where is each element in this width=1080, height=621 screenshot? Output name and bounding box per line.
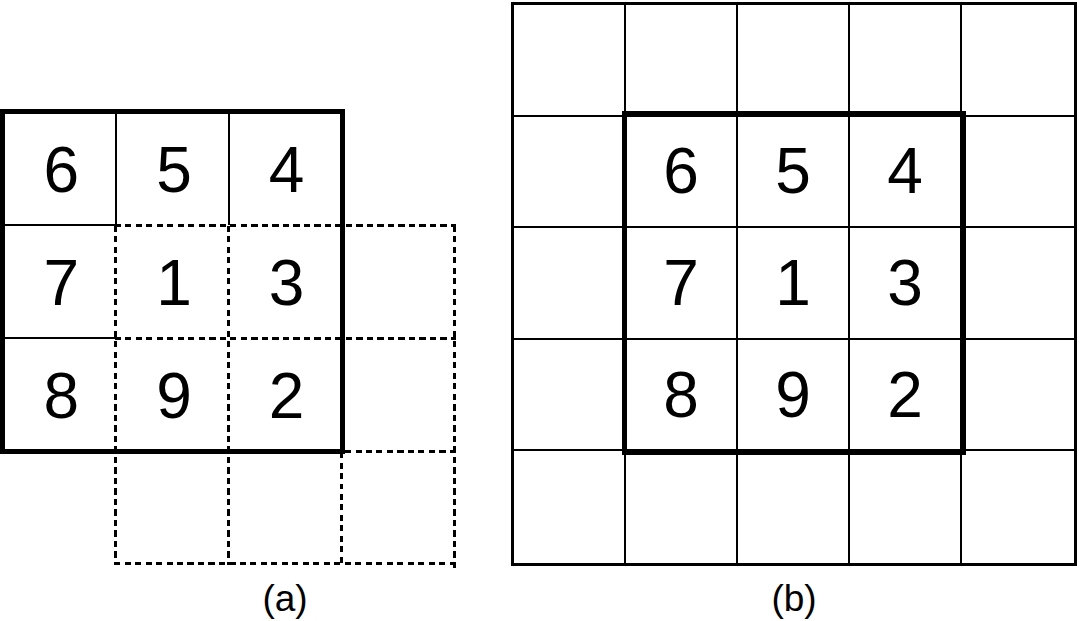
dashed-grid-bottom-line bbox=[114, 562, 457, 565]
cell-b-r3c3: 1 bbox=[738, 228, 850, 340]
cell-b-r1c3 bbox=[738, 5, 850, 117]
cell-b-r2c4: 4 bbox=[850, 117, 962, 229]
cell-b-r1c4 bbox=[850, 5, 962, 117]
cell-b-r1c5 bbox=[962, 5, 1074, 117]
cell-b-r5c4 bbox=[850, 451, 962, 563]
cell-b-r4c5 bbox=[962, 340, 1074, 452]
cell-a-r2c3: 3 bbox=[230, 227, 343, 340]
cell-b-r1c1 bbox=[514, 5, 626, 117]
cell-b-r3c5 bbox=[962, 228, 1074, 340]
cell-a-r1c2: 5 bbox=[118, 114, 231, 227]
cell-b-r5c5 bbox=[962, 451, 1074, 563]
cell-b-r2c2: 6 bbox=[626, 117, 738, 229]
cell-b-r1c2 bbox=[626, 5, 738, 117]
cell-b-r5c3 bbox=[738, 451, 850, 563]
caption-b: (b) bbox=[694, 580, 894, 617]
cell-b-r2c1 bbox=[514, 117, 626, 229]
cell-a-r3c2: 9 bbox=[118, 339, 231, 452]
cell-b-r4c3: 9 bbox=[738, 340, 850, 452]
dashed-grid-right-line bbox=[453, 226, 456, 568]
dashed-grid-row3-line bbox=[345, 450, 456, 453]
figure: 6 5 4 7 1 3 8 9 2 6 5 4 7 1 3 bbox=[0, 0, 1080, 621]
cell-b-r2c5 bbox=[962, 117, 1074, 229]
solid-grid-cells: 6 5 4 7 1 3 8 9 2 bbox=[5, 114, 343, 452]
cell-a-r3c1: 8 bbox=[5, 339, 118, 452]
cell-b-r4c4: 2 bbox=[850, 340, 962, 452]
grid-5x5: 6 5 4 7 1 3 8 9 2 bbox=[511, 2, 1077, 566]
cell-b-r3c1 bbox=[514, 228, 626, 340]
cell-b-r3c2: 7 bbox=[626, 228, 738, 340]
cell-b-r4c1 bbox=[514, 340, 626, 452]
cell-b-r5c2 bbox=[626, 451, 738, 563]
cell-b-r5c1 bbox=[514, 451, 626, 563]
cell-a-r3c3: 2 bbox=[230, 339, 343, 452]
cell-b-r3c4: 3 bbox=[850, 228, 962, 340]
dashed-grid-col3-line bbox=[340, 452, 343, 565]
cell-a-r1c3: 4 bbox=[230, 114, 343, 227]
cell-b-r4c2: 8 bbox=[626, 340, 738, 452]
cell-a-r2c1: 7 bbox=[5, 227, 118, 340]
cell-b-r2c3: 5 bbox=[738, 117, 850, 229]
caption-a: (a) bbox=[185, 580, 385, 617]
cell-a-r2c2: 1 bbox=[118, 227, 231, 340]
cell-a-r1c1: 6 bbox=[5, 114, 118, 227]
